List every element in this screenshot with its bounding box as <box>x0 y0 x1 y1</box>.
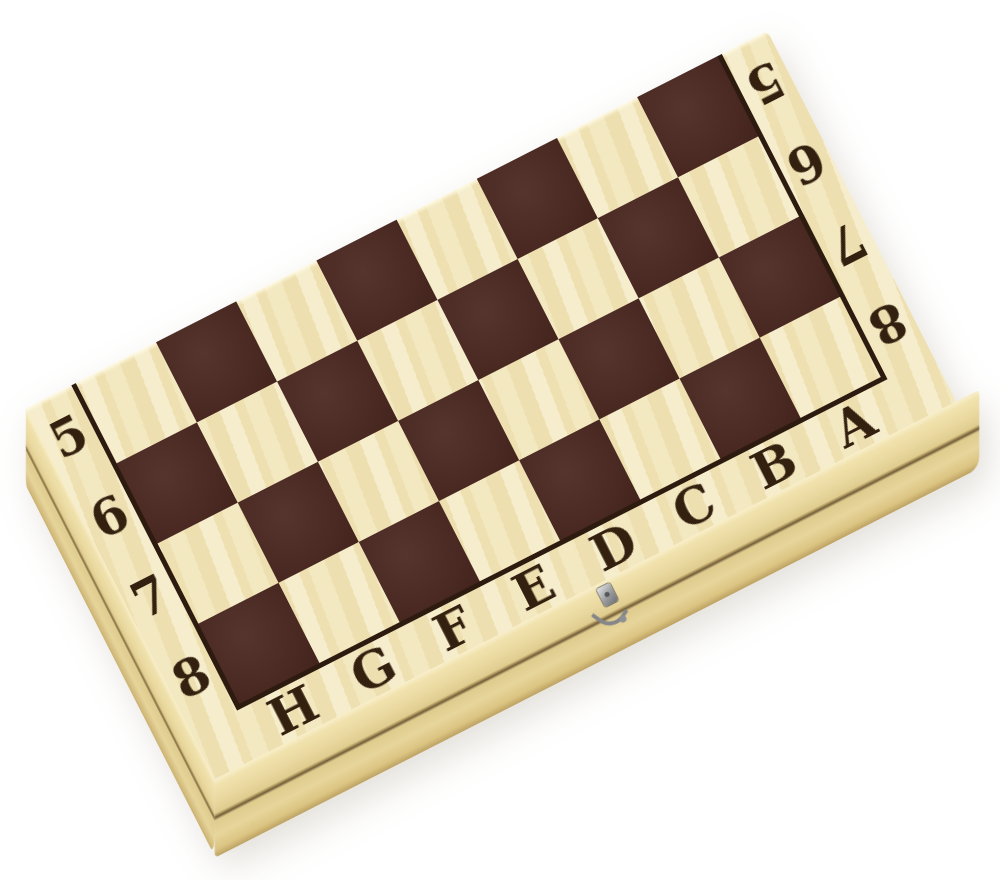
chess-box: 5678 5678 HGFEDCBA <box>26 31 956 779</box>
clasp-hook-icon <box>591 595 629 632</box>
product-photo-background: 5678 5678 HGFEDCBA <box>0 0 1000 880</box>
clasp-latch-icon <box>587 578 644 645</box>
